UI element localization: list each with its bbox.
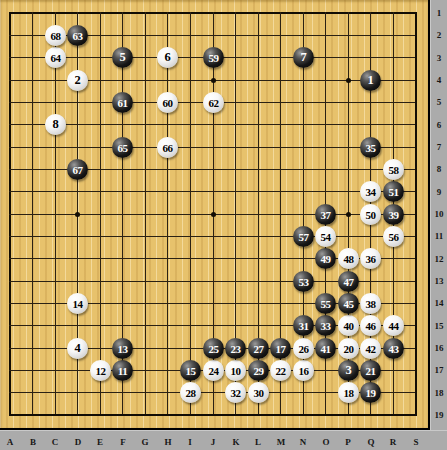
stone-5: 5 [112,47,133,68]
stone-16: 16 [293,360,314,381]
stone-67: 67 [67,159,88,180]
row-label-8: 8 [431,164,447,174]
col-label-K: K [228,436,244,448]
stone-4: 4 [67,338,88,359]
col-label-B: B [25,436,41,448]
go-board[interactable]: 1234567810111213141516171819202122232425… [0,0,430,430]
stone-41: 41 [315,338,336,359]
star-point [211,212,216,217]
col-label-M: M [273,436,289,448]
col-label-D: D [70,436,86,448]
go-diagram: 1234567810111213141516171819202122232425… [0,0,447,450]
col-label-Q: Q [363,436,379,448]
stone-33: 33 [315,315,336,336]
stone-34: 34 [360,181,381,202]
stone-63: 63 [67,25,88,46]
row-label-4: 4 [431,75,447,85]
col-label-R: R [385,436,401,448]
stone-48: 48 [338,248,359,269]
col-label-S: S [408,436,424,448]
stone-47: 47 [338,271,359,292]
col-label-F: F [115,436,131,448]
stone-8: 8 [45,114,66,135]
stone-7: 7 [293,47,314,68]
stone-56: 56 [383,226,404,247]
stone-43: 43 [383,338,404,359]
stone-37: 37 [315,204,336,225]
stone-28: 28 [180,382,201,403]
stone-65: 65 [112,137,133,158]
star-point [211,78,216,83]
stone-49: 49 [315,248,336,269]
row-label-11: 11 [431,231,447,241]
row-label-3: 3 [431,53,447,63]
stone-61: 61 [112,92,133,113]
row-label-10: 10 [431,209,447,219]
stone-68: 68 [45,25,66,46]
row-label-18: 18 [431,388,447,398]
stone-11: 11 [112,360,133,381]
stone-66: 66 [157,137,178,158]
star-point [346,78,351,83]
stone-54: 54 [315,226,336,247]
stone-60: 60 [157,92,178,113]
stone-26: 26 [293,338,314,359]
row-label-16: 16 [431,343,447,353]
stone-64: 64 [45,47,66,68]
stone-57: 57 [293,226,314,247]
row-coordinate-strip: 12345678910111213141516171819 [430,0,447,450]
stone-51: 51 [383,181,404,202]
stone-38: 38 [360,293,381,314]
stone-36: 36 [360,248,381,269]
stone-15: 15 [180,360,201,381]
row-label-9: 9 [431,187,447,197]
col-label-C: C [47,436,63,448]
column-coordinate-strip: ABCDEFGHIJKLMNOPQRS [0,430,447,450]
col-label-E: E [92,436,108,448]
stone-35: 35 [360,137,381,158]
grid-line-horizontal [9,236,417,237]
stone-40: 40 [338,315,359,336]
col-label-O: O [318,436,334,448]
stone-31: 31 [293,315,314,336]
row-label-5: 5 [431,97,447,107]
col-label-J: J [205,436,221,448]
row-label-15: 15 [431,321,447,331]
row-label-14: 14 [431,298,447,308]
stone-30: 30 [248,382,269,403]
stone-25: 25 [203,338,224,359]
col-label-A: A [2,436,18,448]
stone-2: 2 [67,70,88,91]
col-label-L: L [250,436,266,448]
stone-18: 18 [338,382,359,403]
row-label-19: 19 [431,410,447,420]
stone-3: 3 [338,360,359,381]
stone-50: 50 [360,204,381,225]
row-label-7: 7 [431,142,447,152]
stone-58: 58 [383,159,404,180]
stone-59: 59 [203,47,224,68]
stone-32: 32 [225,382,246,403]
stone-53: 53 [293,271,314,292]
stone-62: 62 [203,92,224,113]
stone-45: 45 [338,293,359,314]
col-label-G: G [137,436,153,448]
star-point [75,212,80,217]
stone-12: 12 [90,360,111,381]
stone-17: 17 [270,338,291,359]
stone-46: 46 [360,315,381,336]
stone-44: 44 [383,315,404,336]
stone-14: 14 [67,293,88,314]
row-label-17: 17 [431,365,447,375]
row-label-12: 12 [431,254,447,264]
row-label-6: 6 [431,120,447,130]
col-label-P: P [340,436,356,448]
stone-39: 39 [383,204,404,225]
col-label-N: N [295,436,311,448]
stone-1: 1 [360,70,381,91]
row-label-2: 2 [431,30,447,40]
stone-42: 42 [360,338,381,359]
stone-20: 20 [338,338,359,359]
stone-23: 23 [225,338,246,359]
stone-29: 29 [248,360,269,381]
stone-13: 13 [112,338,133,359]
row-label-13: 13 [431,276,447,286]
col-label-I: I [182,436,198,448]
grid-line-vertical [415,12,417,416]
star-point [346,212,351,217]
stone-22: 22 [270,360,291,381]
stone-21: 21 [360,360,381,381]
stone-27: 27 [248,338,269,359]
row-label-1: 1 [431,8,447,18]
stone-55: 55 [315,293,336,314]
stone-10: 10 [225,360,246,381]
stone-6: 6 [157,47,178,68]
stone-19: 19 [360,382,381,403]
grid-line-horizontal [9,414,417,416]
stone-24: 24 [203,360,224,381]
col-label-H: H [160,436,176,448]
